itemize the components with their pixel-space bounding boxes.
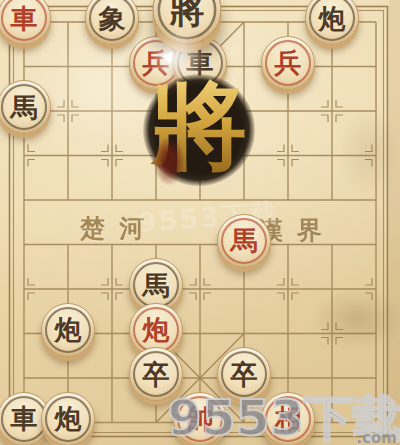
piece-black-cannon[interactable]: 炮 (41, 392, 95, 445)
jiang-logo-character: 將 (151, 63, 247, 193)
piece-black-cannon[interactable]: 炮 (41, 303, 95, 357)
piece-red-soldier[interactable]: 兵 (261, 36, 315, 90)
piece-black-cannon[interactable]: 炮 (305, 0, 359, 45)
piece-red-elephant[interactable]: 相 (261, 392, 315, 445)
piece-black-soldier[interactable]: 卒 (129, 347, 183, 401)
piece-red-horse[interactable]: 馬 (217, 214, 271, 268)
xiangqi-game-screen: 楚河 漢界 9553下载 車象將炮兵車兵馬馬馬炮炮卒卒車炮帥相 將 9553下载… (0, 0, 400, 445)
piece-red-chariot[interactable]: 車 (0, 0, 51, 45)
selection-arrow-icon (160, 50, 173, 63)
piece-black-soldier[interactable]: 卒 (217, 347, 271, 401)
piece-red-general[interactable]: 帥 (173, 392, 227, 445)
piece-black-horse[interactable]: 馬 (0, 80, 51, 134)
piece-black-elephant[interactable]: 象 (85, 0, 139, 45)
jiang-logo: 將 (143, 74, 255, 186)
